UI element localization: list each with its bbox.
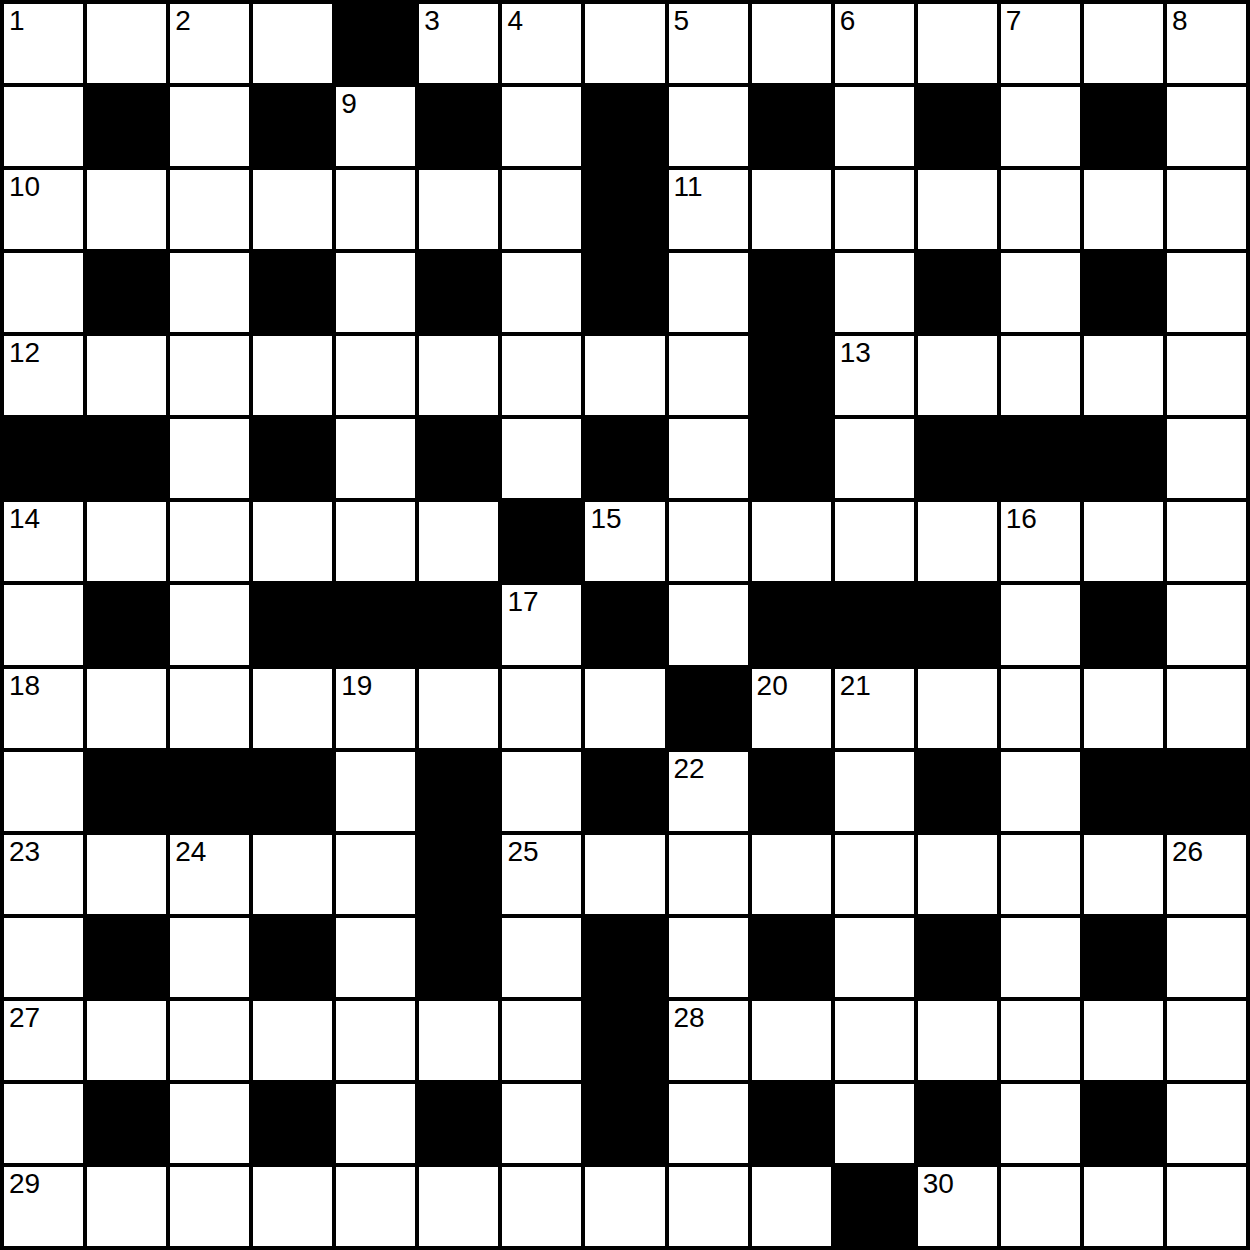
black-cell [918,752,997,831]
black-cell [419,835,498,914]
white-cell[interactable] [1001,336,1080,415]
black-cell [918,253,997,332]
white-cell[interactable] [918,669,997,748]
white-cell[interactable]: 29 [4,1167,83,1246]
white-cell[interactable] [502,170,581,249]
black-cell [1001,419,1080,498]
white-cell[interactable] [1084,336,1163,415]
white-cell[interactable] [170,170,249,249]
black-cell [419,752,498,831]
black-cell [835,585,914,664]
black-cell [752,752,831,831]
black-cell [253,419,332,498]
white-cell[interactable] [336,752,415,831]
black-cell [4,419,83,498]
black-cell [253,1084,332,1163]
white-cell[interactable] [170,1167,249,1246]
white-cell[interactable] [1001,1167,1080,1246]
black-cell [419,918,498,997]
black-cell [918,1084,997,1163]
black-cell [585,87,664,166]
clue-number: 23 [9,836,40,868]
white-cell[interactable]: 8 [1167,4,1246,83]
white-cell[interactable] [502,918,581,997]
clue-number: 24 [175,836,206,868]
black-cell [1084,1084,1163,1163]
black-cell [752,87,831,166]
white-cell[interactable] [253,4,332,83]
black-cell [918,585,997,664]
white-cell[interactable]: 11 [669,170,748,249]
white-cell[interactable] [419,502,498,581]
white-cell[interactable] [669,502,748,581]
clue-number: 17 [507,586,538,618]
white-cell[interactable] [170,502,249,581]
black-cell [419,585,498,664]
black-cell [918,87,997,166]
white-cell[interactable]: 1 [4,4,83,83]
white-cell[interactable] [253,170,332,249]
black-cell [1084,253,1163,332]
black-cell [336,585,415,664]
white-cell[interactable] [4,253,83,332]
white-cell[interactable] [502,669,581,748]
clue-number: 7 [1006,5,1022,37]
white-cell[interactable] [253,502,332,581]
clue-number: 4 [507,5,523,37]
black-cell [253,752,332,831]
white-cell[interactable] [585,1167,664,1246]
white-cell[interactable] [253,336,332,415]
white-cell[interactable]: 3 [419,4,498,83]
black-cell [585,1084,664,1163]
black-cell [1084,752,1163,831]
black-cell [669,669,748,748]
white-cell[interactable] [585,835,664,914]
black-cell [918,419,997,498]
white-cell[interactable] [1167,918,1246,997]
clue-number: 20 [757,670,788,702]
white-cell[interactable] [4,585,83,664]
white-cell[interactable] [669,1167,748,1246]
white-cell[interactable] [918,4,997,83]
black-cell [253,918,332,997]
white-cell[interactable] [918,170,997,249]
clue-number: 29 [9,1168,40,1200]
white-cell[interactable] [835,419,914,498]
white-cell[interactable] [502,253,581,332]
white-cell[interactable]: 4 [502,4,581,83]
white-cell[interactable] [835,502,914,581]
black-cell [1084,918,1163,997]
white-cell[interactable] [4,752,83,831]
white-cell[interactable]: 24 [170,835,249,914]
clue-number: 30 [923,1168,954,1200]
white-cell[interactable] [1084,4,1163,83]
white-cell[interactable] [170,419,249,498]
white-cell[interactable] [1001,1001,1080,1080]
white-cell[interactable] [1167,502,1246,581]
white-cell[interactable]: 13 [835,336,914,415]
white-cell[interactable]: 17 [502,585,581,664]
white-cell[interactable] [1001,1084,1080,1163]
white-cell[interactable]: 25 [502,835,581,914]
clue-number: 13 [840,337,871,369]
white-cell[interactable] [835,918,914,997]
clue-number: 3 [424,5,440,37]
black-cell [253,253,332,332]
white-cell[interactable] [419,669,498,748]
white-cell[interactable] [502,1167,581,1246]
white-cell[interactable] [502,1084,581,1163]
white-cell[interactable] [4,1084,83,1163]
white-cell[interactable] [752,1001,831,1080]
clue-number: 1 [9,5,25,37]
black-cell [87,87,166,166]
white-cell[interactable]: 30 [918,1167,997,1246]
clue-number: 11 [674,171,703,203]
white-cell[interactable]: 7 [1001,4,1080,83]
clue-number: 2 [175,5,191,37]
white-cell[interactable] [1167,253,1246,332]
white-cell[interactable]: 2 [170,4,249,83]
white-cell[interactable] [336,835,415,914]
black-cell [585,585,664,664]
white-cell[interactable] [1001,87,1080,166]
white-cell[interactable] [669,419,748,498]
clue-number: 18 [9,670,40,702]
white-cell[interactable] [1167,669,1246,748]
white-cell[interactable] [170,1001,249,1080]
black-cell [585,170,664,249]
white-cell[interactable]: 22 [669,752,748,831]
white-cell[interactable] [87,669,166,748]
white-cell[interactable] [1001,170,1080,249]
white-cell[interactable] [1167,1167,1246,1246]
black-cell [1084,87,1163,166]
white-cell[interactable]: 20 [752,669,831,748]
white-cell[interactable] [1167,170,1246,249]
white-cell[interactable] [585,669,664,748]
white-cell[interactable] [669,87,748,166]
white-cell[interactable] [170,1084,249,1163]
black-cell [87,1084,166,1163]
white-cell[interactable] [669,1084,748,1163]
clue-number: 27 [9,1002,40,1034]
white-cell[interactable] [336,253,415,332]
black-cell [419,87,498,166]
black-cell [752,336,831,415]
white-cell[interactable] [1001,752,1080,831]
white-cell[interactable] [336,502,415,581]
clue-number: 10 [9,171,40,203]
white-cell[interactable] [87,336,166,415]
white-cell[interactable]: 5 [669,4,748,83]
black-cell [918,918,997,997]
white-cell[interactable] [669,918,748,997]
white-cell[interactable] [87,170,166,249]
white-cell[interactable] [1167,1084,1246,1163]
black-cell [752,253,831,332]
black-cell [87,585,166,664]
white-cell[interactable]: 27 [4,1001,83,1080]
clue-number: 19 [341,670,372,702]
clue-number: 14 [9,503,40,535]
black-cell [170,752,249,831]
white-cell[interactable] [752,502,831,581]
crossword-board: 1234567891011121314151617181920212223242… [0,0,1250,1250]
white-cell[interactable] [336,336,415,415]
white-cell[interactable] [1084,835,1163,914]
white-cell[interactable] [1167,87,1246,166]
white-cell[interactable] [502,419,581,498]
clue-number: 26 [1172,836,1203,868]
white-cell[interactable] [752,4,831,83]
black-cell [585,752,664,831]
white-cell[interactable] [1001,585,1080,664]
white-cell[interactable]: 10 [4,170,83,249]
black-cell [752,918,831,997]
white-cell[interactable] [253,1001,332,1080]
white-cell[interactable]: 21 [835,669,914,748]
white-cell[interactable] [336,918,415,997]
white-cell[interactable]: 14 [4,502,83,581]
clue-number: 15 [590,503,621,535]
black-cell [87,752,166,831]
white-cell[interactable] [87,4,166,83]
white-cell[interactable] [1167,1001,1246,1080]
white-cell[interactable] [752,835,831,914]
white-cell[interactable] [585,4,664,83]
white-cell[interactable]: 18 [4,669,83,748]
white-cell[interactable]: 9 [336,87,415,166]
black-cell [752,419,831,498]
black-cell [87,918,166,997]
white-cell[interactable] [918,502,997,581]
black-cell [419,253,498,332]
white-cell[interactable] [669,585,748,664]
white-cell[interactable] [1001,918,1080,997]
white-cell[interactable] [669,336,748,415]
white-cell[interactable] [1084,170,1163,249]
white-cell[interactable] [87,502,166,581]
clue-number: 22 [674,753,705,785]
white-cell[interactable]: 19 [336,669,415,748]
white-cell[interactable]: 28 [669,1001,748,1080]
white-cell[interactable] [1001,253,1080,332]
white-cell[interactable] [336,419,415,498]
white-cell[interactable] [835,752,914,831]
white-cell[interactable] [4,87,83,166]
white-cell[interactable] [170,585,249,664]
clue-number: 8 [1172,5,1188,37]
white-cell[interactable] [170,669,249,748]
white-cell[interactable] [336,170,415,249]
black-cell [752,585,831,664]
white-cell[interactable] [170,918,249,997]
black-cell [585,918,664,997]
white-cell[interactable] [419,1167,498,1246]
white-cell[interactable] [502,1001,581,1080]
black-cell [835,1167,914,1246]
white-cell[interactable] [253,1167,332,1246]
white-cell[interactable] [669,253,748,332]
black-cell [585,1001,664,1080]
clue-number: 9 [341,88,357,120]
white-cell[interactable] [336,1001,415,1080]
black-cell [585,253,664,332]
white-cell[interactable] [1084,1001,1163,1080]
clue-number: 28 [674,1002,705,1034]
black-cell [1167,752,1246,831]
white-cell[interactable] [835,253,914,332]
white-cell[interactable] [87,1167,166,1246]
white-cell[interactable] [419,336,498,415]
white-cell[interactable] [170,336,249,415]
white-cell[interactable]: 23 [4,835,83,914]
black-cell [1084,585,1163,664]
white-cell[interactable] [1084,669,1163,748]
clue-number: 5 [674,5,690,37]
white-cell[interactable] [1167,419,1246,498]
clue-number: 16 [1006,503,1037,535]
clue-number: 12 [9,337,40,369]
black-cell [752,1084,831,1163]
white-cell[interactable] [918,336,997,415]
white-cell[interactable] [253,835,332,914]
white-cell[interactable] [502,336,581,415]
white-cell[interactable] [1084,502,1163,581]
white-cell[interactable] [170,87,249,166]
white-cell[interactable]: 15 [585,502,664,581]
white-cell[interactable] [918,1001,997,1080]
white-cell[interactable] [752,170,831,249]
white-cell[interactable] [669,835,748,914]
black-cell [253,87,332,166]
clue-number: 25 [507,836,538,868]
black-cell [419,1084,498,1163]
white-cell[interactable] [1001,669,1080,748]
white-cell[interactable] [336,1167,415,1246]
black-cell [336,4,415,83]
white-cell[interactable] [835,170,914,249]
white-cell[interactable] [1167,336,1246,415]
clue-number: 21 [840,670,871,702]
white-cell[interactable] [502,752,581,831]
white-cell[interactable] [336,1084,415,1163]
white-cell[interactable] [835,835,914,914]
white-cell[interactable]: 6 [835,4,914,83]
white-cell[interactable] [1167,585,1246,664]
black-cell [1084,419,1163,498]
white-cell[interactable] [835,1001,914,1080]
white-cell[interactable] [918,835,997,914]
white-cell[interactable] [1001,835,1080,914]
white-cell[interactable] [835,1084,914,1163]
white-cell[interactable] [87,835,166,914]
white-cell[interactable] [87,1001,166,1080]
black-cell [502,502,581,581]
black-cell [87,419,166,498]
white-cell[interactable]: 12 [4,336,83,415]
white-cell[interactable] [170,253,249,332]
black-cell [253,585,332,664]
white-cell[interactable] [752,1167,831,1246]
white-cell[interactable]: 16 [1001,502,1080,581]
black-cell [419,419,498,498]
white-cell[interactable] [419,170,498,249]
clue-number: 6 [840,5,856,37]
white-cell[interactable] [4,918,83,997]
white-cell[interactable] [585,336,664,415]
white-cell[interactable] [253,669,332,748]
white-cell[interactable] [1084,1167,1163,1246]
black-cell [87,253,166,332]
white-cell[interactable] [502,87,581,166]
white-cell[interactable] [419,1001,498,1080]
white-cell[interactable] [835,87,914,166]
white-cell[interactable]: 26 [1167,835,1246,914]
black-cell [585,419,664,498]
